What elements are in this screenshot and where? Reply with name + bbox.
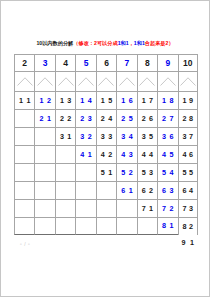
pair-left-digit: 6 [183, 187, 187, 194]
decomposition-branch-icon [160, 77, 176, 86]
pair-right-digit: 3 [67, 97, 71, 104]
empty-cell [34, 199, 54, 217]
empty-cell [55, 163, 75, 181]
pair-left-digit: 7 [162, 205, 166, 212]
decomp-cell-2-1-1: 11 [14, 91, 34, 109]
decomp-cell-6-5-1: 51 [96, 163, 116, 181]
empty-cell [116, 199, 136, 217]
empty-cell [116, 217, 136, 235]
pair-left-digit: 8 [183, 223, 187, 230]
pair-right-digit: 3 [88, 115, 92, 122]
decomp-cell-10-9-1: 91 [178, 235, 198, 251]
pair-right-digit: 1 [88, 151, 92, 158]
empty-cell [14, 145, 34, 163]
decomposition-branch-icon [139, 77, 155, 86]
pair-right-digit: 1 [129, 187, 133, 194]
pair-left-digit: 3 [162, 133, 166, 140]
pair-right-digit: 2 [67, 115, 71, 122]
empty-cell [137, 235, 157, 251]
pair-left-digit: 6 [121, 187, 125, 194]
empty-cell [34, 181, 54, 199]
pair-right-digit: 6 [129, 97, 133, 104]
decomposition-branch-icon [17, 77, 33, 86]
empty-cell [157, 235, 177, 251]
pair-left-digit: 6 [162, 187, 166, 194]
branch-caret-3 [34, 71, 54, 91]
empty-cell [14, 217, 34, 235]
pair-left-digit: 1 [162, 97, 166, 104]
pair-left-digit: 2 [121, 115, 125, 122]
pair-left-digit: 7 [183, 205, 187, 212]
decomp-cell-8-1-7: 17 [137, 91, 157, 109]
title-note-part: 1和1 [118, 40, 129, 46]
pair-left-digit: 4 [101, 151, 105, 158]
decomposition-branch-icon [58, 77, 74, 86]
empty-cell [96, 217, 116, 235]
pair-right-digit: 2 [47, 97, 51, 104]
pair-left-digit: 1 [183, 97, 187, 104]
decomp-cell-9-6-3: 63 [157, 181, 177, 199]
pair-right-digit: 2 [88, 133, 92, 140]
pair-left-digit: 5 [121, 169, 125, 176]
title-note-part: 合起来是2） [145, 40, 174, 46]
pair-right-digit: 4 [88, 97, 92, 104]
pair-right-digit: 3 [149, 169, 153, 176]
pair-right-digit: 4 [108, 115, 112, 122]
decomp-cell-5-1-4: 14 [75, 91, 95, 109]
empty-cell [14, 181, 34, 199]
header-cell-6: 6 [96, 54, 116, 71]
empty-cell [34, 145, 54, 163]
empty-cell [116, 235, 136, 251]
empty-cell [75, 217, 95, 235]
pair-right-digit: 2 [108, 151, 112, 158]
empty-cell [55, 181, 75, 199]
pair-left-digit: 3 [101, 133, 105, 140]
pair-right-digit: 9 [189, 97, 193, 104]
decomposition-grid: 2345678910111213141516171819212223242526… [14, 54, 198, 251]
pair-right-digit: 2 [149, 187, 153, 194]
decomp-cell-8-2-6: 26 [137, 109, 157, 127]
pair-right-digit: 4 [149, 151, 153, 158]
branch-caret-6 [96, 71, 116, 91]
pair-right-digit: 5 [108, 97, 112, 104]
header-cell-2: 2 [14, 54, 34, 71]
pair-left-digit: 1 [60, 97, 64, 104]
decomp-cell-5-2-3: 23 [75, 109, 95, 127]
branch-caret-5 [75, 71, 95, 91]
empty-cell [34, 235, 54, 251]
decomp-cell-6-2-4: 24 [96, 109, 116, 127]
decomp-cell-4-1-3: 13 [55, 91, 75, 109]
title-note-part: 1和1 [134, 40, 145, 46]
pair-left-digit: 3 [60, 133, 64, 140]
header-cell-5: 5 [75, 54, 95, 71]
pair-left-digit: 5 [101, 169, 105, 176]
pair-right-digit: 5 [170, 151, 174, 158]
decomp-cell-6-1-5: 15 [96, 91, 116, 109]
footer-page-mark: ▫ / ▫ [20, 241, 30, 247]
page-title-prefix: 10以内数的分解 [36, 40, 73, 46]
decomp-cell-10-1-9: 19 [178, 91, 198, 109]
empty-cell [55, 217, 75, 235]
header-cell-3: 3 [34, 54, 54, 71]
title-note-part: （修改：2可以分成 [73, 40, 117, 46]
empty-cell [14, 199, 34, 217]
decomp-cell-4-3-1: 31 [55, 127, 75, 145]
pair-left-digit: 1 [101, 97, 105, 104]
decomp-cell-6-4-2: 42 [96, 145, 116, 163]
pair-right-digit: 6 [149, 115, 153, 122]
empty-cell [55, 235, 75, 251]
pair-right-digit: 1 [149, 205, 153, 212]
pair-right-digit: 3 [189, 205, 193, 212]
decomp-cell-7-4-3: 43 [116, 145, 136, 163]
pair-left-digit: 2 [39, 115, 43, 122]
pair-right-digit: 5 [129, 115, 133, 122]
empty-cell [137, 217, 157, 235]
pair-right-digit: 1 [26, 97, 30, 104]
header-cell-10: 10 [178, 54, 198, 71]
page-title: 10以内数的分解（修改：2可以分成1和1，1和1合起来是2） [1, 40, 209, 47]
pair-right-digit: 5 [189, 169, 193, 176]
decomp-cell-7-5-2: 52 [116, 163, 136, 181]
pair-left-digit: 8 [162, 222, 166, 229]
pair-left-digit: 1 [121, 97, 125, 104]
pair-right-digit: 7 [170, 115, 174, 122]
pair-left-digit: 5 [183, 169, 187, 176]
decomp-cell-9-5-4: 54 [157, 163, 177, 181]
pair-left-digit: 2 [183, 115, 187, 122]
empty-cell [75, 181, 95, 199]
pair-right-digit: 3 [108, 133, 112, 140]
decomposition-branch-icon [78, 77, 94, 86]
pair-right-digit: 3 [129, 151, 133, 158]
decomp-cell-7-1-6: 16 [116, 91, 136, 109]
header-cell-4: 4 [55, 54, 75, 71]
pair-right-digit: 6 [170, 133, 174, 140]
pair-right-digit: 6 [189, 151, 193, 158]
decomp-cell-9-2-7: 27 [157, 109, 177, 127]
empty-cell [14, 127, 34, 145]
branch-caret-10 [178, 71, 198, 91]
pair-left-digit: 2 [142, 115, 146, 122]
branch-caret-9 [157, 71, 177, 91]
pair-left-digit: 2 [162, 115, 166, 122]
branch-caret-8 [137, 71, 157, 91]
pair-right-digit: 5 [149, 133, 153, 140]
branch-caret-2 [14, 71, 34, 91]
pair-left-digit: 1 [80, 97, 84, 104]
pair-right-digit: 8 [189, 115, 193, 122]
pair-left-digit: 4 [183, 151, 187, 158]
pair-left-digit: 5 [142, 169, 146, 176]
pair-left-digit: 7 [142, 205, 146, 212]
decomp-cell-10-3-7: 37 [178, 127, 198, 145]
decomp-cell-3-2-1: 21 [34, 109, 54, 127]
decomp-cell-6-3-3: 33 [96, 127, 116, 145]
branch-caret-7 [116, 71, 136, 91]
pair-right-digit: 1 [170, 222, 174, 229]
pair-left-digit: 3 [183, 133, 187, 140]
pair-left-digit: 3 [80, 133, 84, 140]
decomp-cell-8-7-1: 71 [137, 199, 157, 217]
worksheet-page: 10以内数的分解（修改：2可以分成1和1，1和1合起来是2） 234567891… [0, 0, 210, 297]
pair-right-digit: 7 [149, 97, 153, 104]
pair-left-digit: 1 [142, 97, 146, 104]
decomp-cell-9-1-8: 18 [157, 91, 177, 109]
empty-cell [75, 235, 95, 251]
header-cell-8: 8 [137, 54, 157, 71]
decomposition-branch-icon [98, 77, 114, 86]
decomp-cell-10-4-6: 46 [178, 145, 198, 163]
branch-caret-4 [55, 71, 75, 91]
empty-cell [14, 163, 34, 181]
empty-cell [75, 163, 95, 181]
pair-left-digit: 1 [19, 97, 23, 104]
pair-left-digit: 9 [182, 239, 186, 246]
pair-left-digit: 2 [101, 115, 105, 122]
decomp-cell-8-4-4: 44 [137, 145, 157, 163]
decomp-cell-9-7-2: 72 [157, 199, 177, 217]
empty-cell [55, 199, 75, 217]
decomp-cell-7-3-4: 34 [116, 127, 136, 145]
pair-left-digit: 4 [162, 151, 166, 158]
pair-right-digit: 2 [129, 169, 133, 176]
pair-left-digit: 2 [80, 115, 84, 122]
pair-right-digit: 3 [170, 187, 174, 194]
empty-cell [34, 127, 54, 145]
decomp-cell-7-2-5: 25 [116, 109, 136, 127]
page-title-note: （修改：2可以分成1和1，1和1合起来是2） [73, 40, 173, 46]
decomposition-branch-icon [119, 77, 135, 86]
decomp-cell-5-4-1: 41 [75, 145, 95, 163]
pair-right-digit: 1 [67, 133, 71, 140]
decomp-cell-10-7-3: 73 [178, 199, 198, 217]
header-cell-9: 9 [157, 54, 177, 71]
decomp-cell-10-6-4: 64 [178, 181, 198, 199]
decomp-cell-7-6-1: 61 [116, 181, 136, 199]
pair-left-digit: 4 [121, 151, 125, 158]
decomp-cell-8-5-3: 53 [137, 163, 157, 181]
pair-left-digit: 4 [80, 151, 84, 158]
decomp-cell-8-3-5: 35 [137, 127, 157, 145]
pair-left-digit: 4 [142, 151, 146, 158]
pair-right-digit: 2 [170, 205, 174, 212]
empty-cell [55, 145, 75, 163]
pair-left-digit: 1 [39, 97, 43, 104]
header-cell-7: 7 [116, 54, 136, 71]
empty-cell [34, 163, 54, 181]
pair-right-digit: 4 [189, 187, 193, 194]
pair-right-digit: 1 [47, 115, 51, 122]
pair-right-digit: 4 [170, 169, 174, 176]
empty-cell [34, 217, 54, 235]
decomp-cell-3-1-2: 12 [34, 91, 54, 109]
decomp-cell-10-5-5: 55 [178, 163, 198, 181]
decomp-cell-4-2-2: 22 [55, 109, 75, 127]
pair-left-digit: 6 [142, 187, 146, 194]
decomp-cell-5-3-2: 32 [75, 127, 95, 145]
pair-left-digit: 3 [121, 133, 125, 140]
decomp-cell-10-2-8: 28 [178, 109, 198, 127]
pair-right-digit: 7 [189, 133, 193, 140]
pair-left-digit: 5 [162, 169, 166, 176]
pair-right-digit: 8 [170, 97, 174, 104]
decomposition-branch-icon [37, 77, 53, 86]
empty-cell [96, 235, 116, 251]
empty-cell [96, 181, 116, 199]
decomp-cell-9-3-6: 36 [157, 127, 177, 145]
decomp-cell-9-4-5: 45 [157, 145, 177, 163]
pair-right-digit: 4 [129, 133, 133, 140]
pair-right-digit: 1 [190, 239, 194, 246]
pair-left-digit: 3 [142, 133, 146, 140]
decomp-cell-8-6-2: 62 [137, 181, 157, 199]
pair-right-digit: 1 [108, 169, 112, 176]
pair-right-digit: 2 [189, 223, 193, 230]
empty-cell [75, 199, 95, 217]
pair-left-digit: 2 [60, 115, 64, 122]
decomp-cell-10-8-2: 82 [178, 217, 198, 235]
decomp-cell-9-8-1: 81 [157, 217, 177, 235]
decomposition-branch-icon [180, 77, 196, 86]
empty-cell [14, 109, 34, 127]
empty-cell [96, 199, 116, 217]
